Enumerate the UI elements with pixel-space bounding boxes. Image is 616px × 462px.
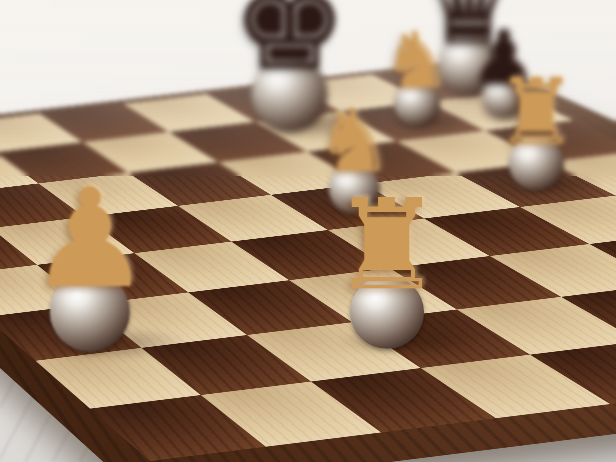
pieces-layer: ♟♜♞♜♞♚♟♛ bbox=[0, 0, 616, 462]
piece-white-rook-c2[interactable]: ♜ bbox=[331, 188, 443, 349]
piece-white-pawn-a3[interactable]: ♟ bbox=[29, 176, 151, 352]
black-king-glyph: ♚ bbox=[232, 0, 347, 83]
white-knight-glyph: ♞ bbox=[382, 25, 452, 97]
white-knight-glyph: ♞ bbox=[315, 102, 393, 182]
white-rook-glyph: ♜ bbox=[495, 71, 578, 156]
piece-white-rook-g5[interactable]: ♜ bbox=[495, 71, 578, 190]
white-rook-glyph: ♜ bbox=[331, 188, 443, 303]
chess-scene: ♟♜♞♜♞♚♟♛ bbox=[0, 0, 616, 462]
white-pawn-glyph: ♟ bbox=[29, 176, 151, 302]
